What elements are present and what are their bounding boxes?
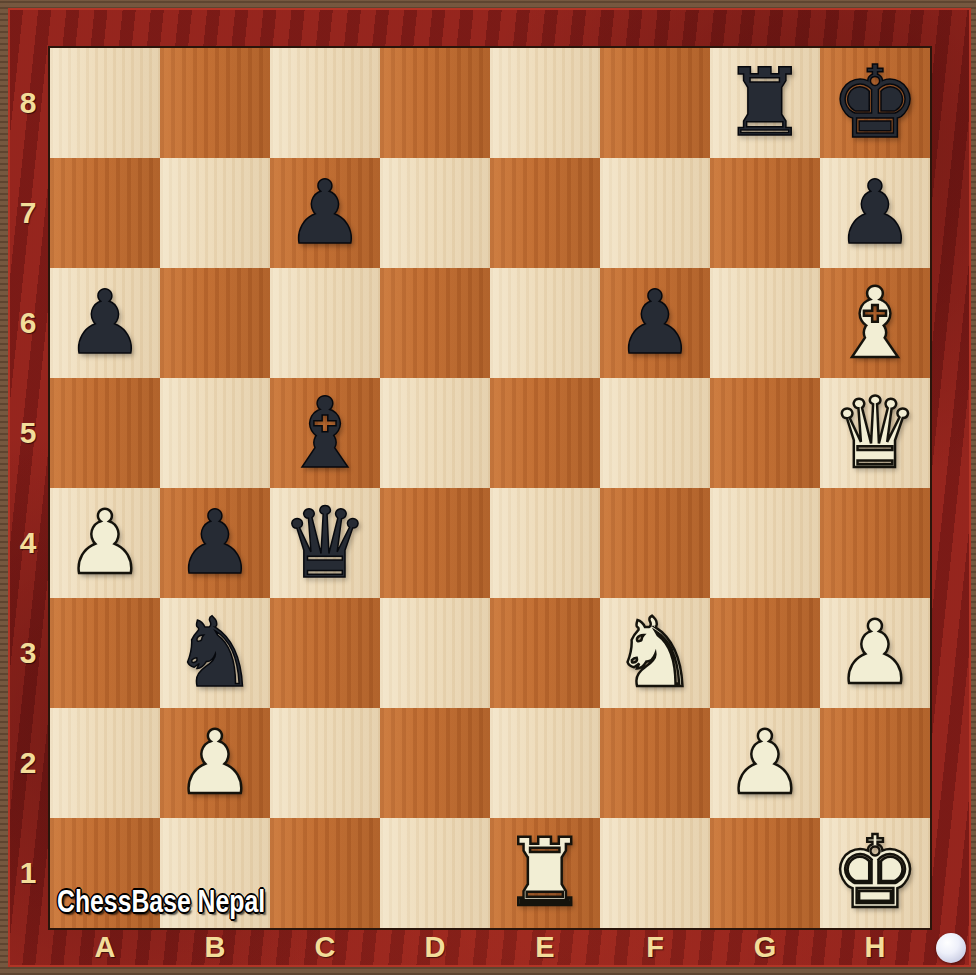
black-pawn-glyph: ♟ [836, 158, 915, 268]
piece-black-rook-g8[interactable]: ♜ [710, 48, 820, 158]
square-c7[interactable]: ♟ [270, 158, 380, 268]
piece-black-pawn-h7[interactable]: ♟ [820, 158, 930, 268]
square-f1[interactable] [600, 818, 710, 928]
square-f6[interactable]: ♟ [600, 268, 710, 378]
square-b7[interactable] [160, 158, 270, 268]
square-a6[interactable]: ♟ [50, 268, 160, 378]
square-b6[interactable] [160, 268, 270, 378]
square-h1[interactable]: ♚ [820, 818, 930, 928]
piece-black-pawn-a6[interactable]: ♟ [50, 268, 160, 378]
piece-white-knight-f3[interactable]: ♞ [600, 598, 710, 708]
square-c4[interactable]: ♛ [270, 488, 380, 598]
square-b3[interactable]: ♞ [160, 598, 270, 708]
square-g2[interactable]: ♟ [710, 708, 820, 818]
black-queen-glyph: ♛ [281, 488, 369, 598]
chess-diagram: ♜♚♟♟♟♟♝♝♛♟♟♛♞♞♟♟♟♜♚ 87654321 ABCDEFGH Ch… [0, 0, 976, 975]
square-g1[interactable] [710, 818, 820, 928]
file-label-a: A [50, 928, 160, 966]
piece-black-pawn-f6[interactable]: ♟ [600, 268, 710, 378]
watermark: ChessBase Nepal [57, 884, 265, 920]
square-a4[interactable]: ♟ [50, 488, 160, 598]
square-h6[interactable]: ♝ [820, 268, 930, 378]
black-pawn-glyph: ♟ [66, 268, 145, 378]
square-a8[interactable] [50, 48, 160, 158]
piece-black-bishop-c5[interactable]: ♝ [270, 378, 380, 488]
rank-label-4: 4 [8, 488, 48, 598]
piece-white-pawn-h3[interactable]: ♟ [820, 598, 930, 708]
rank-label-6: 6 [8, 268, 48, 378]
piece-white-pawn-a4[interactable]: ♟ [50, 488, 160, 598]
square-d4[interactable] [380, 488, 490, 598]
piece-black-queen-c4[interactable]: ♛ [270, 488, 380, 598]
square-c3[interactable] [270, 598, 380, 708]
square-d3[interactable] [380, 598, 490, 708]
white-rook-glyph: ♜ [503, 818, 587, 928]
rank-label-8: 8 [8, 48, 48, 158]
square-f7[interactable] [600, 158, 710, 268]
square-c1[interactable] [270, 818, 380, 928]
square-f8[interactable] [600, 48, 710, 158]
chess-board: ♜♚♟♟♟♟♝♝♛♟♟♛♞♞♟♟♟♜♚ [50, 48, 930, 928]
piece-black-king-h8[interactable]: ♚ [820, 48, 930, 158]
white-bishop-glyph: ♝ [831, 268, 919, 378]
square-h5[interactable]: ♛ [820, 378, 930, 488]
square-g7[interactable] [710, 158, 820, 268]
rank-label-7: 7 [8, 158, 48, 268]
square-g5[interactable] [710, 378, 820, 488]
square-d8[interactable] [380, 48, 490, 158]
square-h4[interactable] [820, 488, 930, 598]
white-pawn-glyph: ♟ [836, 598, 915, 708]
black-pawn-glyph: ♟ [176, 488, 255, 598]
white-queen-glyph: ♛ [831, 378, 919, 488]
piece-white-bishop-h6[interactable]: ♝ [820, 268, 930, 378]
square-e1[interactable]: ♜ [490, 818, 600, 928]
square-b5[interactable] [160, 378, 270, 488]
square-e5[interactable] [490, 378, 600, 488]
black-bishop-glyph: ♝ [281, 378, 369, 488]
black-king-glyph: ♚ [830, 48, 920, 158]
square-g6[interactable] [710, 268, 820, 378]
file-label-g: G [710, 928, 820, 966]
square-g4[interactable] [710, 488, 820, 598]
square-f3[interactable]: ♞ [600, 598, 710, 708]
piece-white-queen-h5[interactable]: ♛ [820, 378, 930, 488]
rank-label-1: 1 [8, 818, 48, 928]
square-h7[interactable]: ♟ [820, 158, 930, 268]
square-h2[interactable] [820, 708, 930, 818]
white-pawn-glyph: ♟ [726, 708, 805, 818]
square-f4[interactable] [600, 488, 710, 598]
file-label-b: B [160, 928, 270, 966]
rank-label-2: 2 [8, 708, 48, 818]
square-f2[interactable] [600, 708, 710, 818]
square-c8[interactable] [270, 48, 380, 158]
white-pawn-glyph: ♟ [176, 708, 255, 818]
square-b8[interactable] [160, 48, 270, 158]
square-a3[interactable] [50, 598, 160, 708]
file-label-e: E [490, 928, 600, 966]
square-h8[interactable]: ♚ [820, 48, 930, 158]
square-c5[interactable]: ♝ [270, 378, 380, 488]
square-d7[interactable] [380, 158, 490, 268]
piece-black-knight-b3[interactable]: ♞ [160, 598, 270, 708]
square-e2[interactable] [490, 708, 600, 818]
white-knight-glyph: ♞ [612, 598, 698, 708]
square-d2[interactable] [380, 708, 490, 818]
square-f5[interactable] [600, 378, 710, 488]
black-pawn-glyph: ♟ [286, 158, 365, 268]
piece-white-pawn-b2[interactable]: ♟ [160, 708, 270, 818]
square-e4[interactable] [490, 488, 600, 598]
square-g8[interactable]: ♜ [710, 48, 820, 158]
square-e6[interactable] [490, 268, 600, 378]
square-c6[interactable] [270, 268, 380, 378]
square-b4[interactable]: ♟ [160, 488, 270, 598]
square-a7[interactable] [50, 158, 160, 268]
black-pawn-glyph: ♟ [616, 268, 695, 378]
piece-white-rook-e1[interactable]: ♜ [490, 818, 600, 928]
black-knight-glyph: ♞ [172, 598, 258, 708]
side-to-move-ball-icon [936, 933, 966, 963]
square-a5[interactable] [50, 378, 160, 488]
square-e7[interactable] [490, 158, 600, 268]
square-a2[interactable] [50, 708, 160, 818]
square-d6[interactable] [380, 268, 490, 378]
piece-black-pawn-c7[interactable]: ♟ [270, 158, 380, 268]
file-label-h: H [820, 928, 930, 966]
piece-white-pawn-g2[interactable]: ♟ [710, 708, 820, 818]
piece-white-king-h1[interactable]: ♚ [820, 818, 930, 928]
file-label-d: D [380, 928, 490, 966]
square-e8[interactable] [490, 48, 600, 158]
file-label-c: C [270, 928, 380, 966]
square-e3[interactable] [490, 598, 600, 708]
black-rook-glyph: ♜ [723, 48, 807, 158]
square-c2[interactable] [270, 708, 380, 818]
white-king-glyph: ♚ [830, 818, 920, 928]
square-h3[interactable]: ♟ [820, 598, 930, 708]
square-d1[interactable] [380, 818, 490, 928]
white-pawn-glyph: ♟ [66, 488, 145, 598]
square-d5[interactable] [380, 378, 490, 488]
rank-label-5: 5 [8, 378, 48, 488]
square-b2[interactable]: ♟ [160, 708, 270, 818]
file-label-f: F [600, 928, 710, 966]
square-g3[interactable] [710, 598, 820, 708]
piece-black-pawn-b4[interactable]: ♟ [160, 488, 270, 598]
rank-label-3: 3 [8, 598, 48, 708]
